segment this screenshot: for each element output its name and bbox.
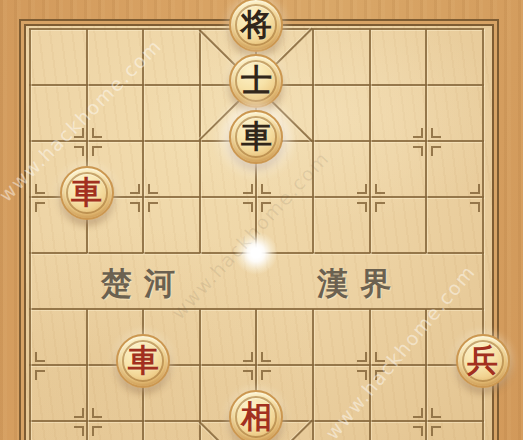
point-marker bbox=[74, 128, 84, 138]
point-marker bbox=[92, 408, 102, 418]
grid-line bbox=[369, 309, 371, 440]
point-marker bbox=[243, 202, 253, 212]
point-marker bbox=[357, 184, 367, 194]
point-marker bbox=[431, 408, 441, 418]
point-marker bbox=[375, 370, 385, 380]
point-marker bbox=[470, 184, 480, 194]
black-chariot-glyph: 車 bbox=[241, 121, 272, 152]
river-label-right: 漢界 bbox=[317, 263, 403, 305]
point-marker bbox=[431, 426, 441, 436]
black-general-glyph: 将 bbox=[241, 9, 272, 40]
point-marker bbox=[130, 202, 140, 212]
point-marker bbox=[92, 146, 102, 156]
red-chariot-2-glyph: 車 bbox=[128, 345, 159, 376]
point-marker bbox=[74, 426, 84, 436]
point-marker bbox=[243, 370, 253, 380]
grid-line bbox=[86, 309, 88, 440]
point-marker bbox=[375, 184, 385, 194]
point-marker bbox=[357, 370, 367, 380]
grid-line bbox=[369, 29, 371, 253]
point-marker bbox=[35, 202, 45, 212]
point-marker bbox=[431, 128, 441, 138]
point-marker bbox=[470, 202, 480, 212]
grid-line bbox=[29, 29, 31, 440]
black-advisor[interactable]: 士 bbox=[229, 54, 283, 108]
point-marker bbox=[413, 426, 423, 436]
grid-line bbox=[142, 29, 144, 253]
red-soldier-glyph: 兵 bbox=[467, 345, 498, 376]
point-marker bbox=[35, 352, 45, 362]
point-marker bbox=[261, 202, 271, 212]
point-marker bbox=[431, 146, 441, 156]
point-marker bbox=[261, 370, 271, 380]
point-marker bbox=[357, 202, 367, 212]
xiangqi-board-screenshot: 楚河 漢界 将士車車車兵相 www.hackhome.com www.hackh… bbox=[0, 0, 523, 440]
red-soldier[interactable]: 兵 bbox=[456, 334, 510, 388]
point-marker bbox=[74, 146, 84, 156]
red-chariot-1[interactable]: 車 bbox=[60, 166, 114, 220]
point-marker bbox=[261, 352, 271, 362]
red-chariot-2[interactable]: 車 bbox=[116, 334, 170, 388]
red-chariot-1-glyph: 車 bbox=[71, 177, 102, 208]
point-marker bbox=[413, 128, 423, 138]
point-marker bbox=[35, 184, 45, 194]
grid-line bbox=[425, 309, 427, 440]
black-chariot[interactable]: 車 bbox=[229, 110, 283, 164]
grid-line bbox=[425, 29, 427, 253]
point-marker bbox=[243, 352, 253, 362]
river-label-left: 楚河 bbox=[101, 263, 187, 305]
point-marker bbox=[375, 202, 385, 212]
point-marker bbox=[243, 184, 253, 194]
red-elephant[interactable]: 相 bbox=[229, 390, 283, 440]
red-elephant-glyph: 相 bbox=[241, 401, 272, 432]
point-marker bbox=[35, 370, 45, 380]
point-marker bbox=[357, 352, 367, 362]
point-marker bbox=[413, 146, 423, 156]
point-marker bbox=[74, 408, 84, 418]
point-marker bbox=[375, 352, 385, 362]
black-advisor-glyph: 士 bbox=[241, 65, 272, 96]
point-marker bbox=[148, 202, 158, 212]
point-marker bbox=[261, 184, 271, 194]
point-marker bbox=[148, 184, 158, 194]
point-marker bbox=[413, 408, 423, 418]
point-marker bbox=[130, 184, 140, 194]
point-marker bbox=[92, 426, 102, 436]
point-marker bbox=[92, 128, 102, 138]
